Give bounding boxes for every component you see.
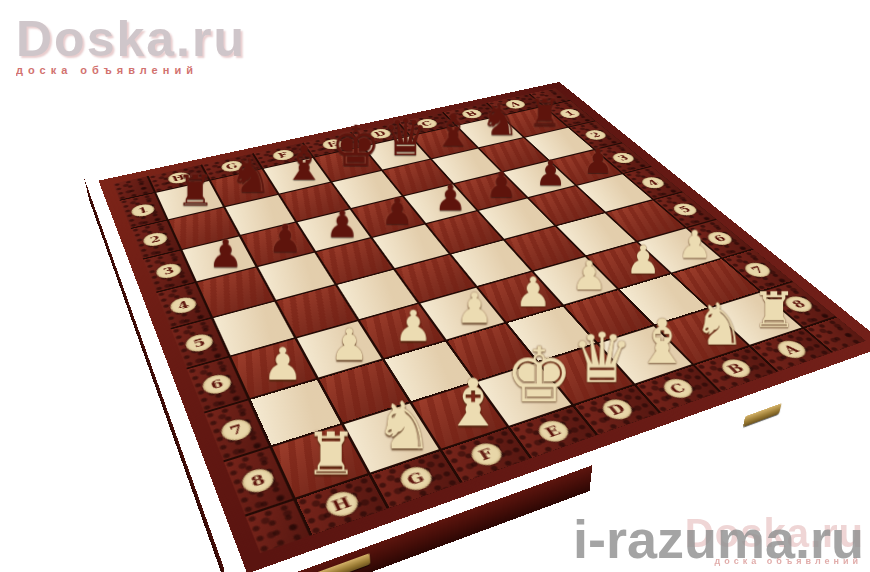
coordinate-medallion: B	[716, 357, 755, 381]
watermark-irazuma-title: i-razuma.ru	[573, 508, 864, 570]
red-pawn-e3: ♟	[369, 192, 425, 229]
cream-pawn-b6: ♟	[613, 240, 673, 279]
red-pawn-b3: ♟	[524, 155, 577, 190]
cream-pawn-c6: ♟	[559, 255, 620, 295]
watermark-doska: Doska.ru доска объявлений	[16, 10, 246, 76]
coord-left-5: 5	[171, 319, 228, 368]
cream-rook-h8: ♜	[293, 425, 369, 484]
red-knight-b1: ♞	[475, 98, 524, 142]
watermark-doska-faint: Doska.ru	[685, 511, 864, 556]
red-pawn-a3: ♟	[572, 144, 624, 178]
red-pawn-h3: ♟	[196, 234, 256, 273]
watermark-irazuma: Doska.ru доска объявлений i-razuma.ru	[573, 508, 864, 570]
red-pawn-c3: ♟	[474, 167, 528, 202]
coordinate-medallion: 1	[129, 202, 156, 218]
watermark-doska-title: Doska.ru	[16, 10, 246, 68]
coordinate-medallion: A	[772, 338, 811, 361]
coordinate-medallion: 5	[183, 331, 216, 353]
coordinate-medallion: 4	[168, 295, 199, 315]
red-king-e1: ♚	[330, 119, 382, 175]
cream-pawn-g6: ♟	[316, 323, 383, 367]
coordinate-medallion: 7	[740, 260, 775, 279]
cream-bishop-c8: ♝	[628, 311, 695, 372]
brass-clasp	[742, 403, 781, 427]
red-queen-d1: ♛	[380, 112, 431, 163]
red-rook-a1: ♜	[521, 94, 570, 131]
coordinate-medallion: H	[321, 488, 361, 520]
red-rook-h1: ♜	[168, 170, 223, 212]
coordinate-medallion: 6	[200, 372, 234, 397]
watermark-doska-subtitle: доска объявлений	[16, 64, 246, 76]
cream-bishop-f8: ♝	[437, 370, 509, 435]
chess-board-scene: HGFEDCBA1♜♞♝♚♛♝♞♜1223♟♟♟♟♟♟♟♟344556♟♟♟♟♟…	[98, 82, 870, 572]
brass-hinge	[308, 553, 371, 572]
watermark-doska-faint-subtitle: доска объявлений	[715, 556, 862, 566]
coordinate-medallion: E	[533, 418, 573, 445]
coordinate-medallion: F	[466, 440, 506, 469]
cream-king-e8: ♚	[504, 337, 575, 413]
coordinate-medallion: 4	[638, 175, 668, 190]
square-f4	[317, 238, 393, 283]
cream-queen-d8: ♛	[568, 323, 637, 392]
cream-knight-g8: ♞	[367, 393, 441, 459]
cream-pawn-f6: ♟	[381, 305, 447, 348]
coordinate-medallion: D	[597, 397, 637, 423]
red-pawn-g3: ♟	[256, 219, 315, 257]
product-photo: HGFEDCBA1♜♞♝♚♛♝♞♜1223♟♟♟♟♟♟♟♟344556♟♟♟♟♟…	[0, 0, 870, 572]
cream-knight-b8: ♞	[686, 295, 752, 353]
red-knight-g1: ♞	[224, 151, 278, 199]
coordinate-medallion: 7	[218, 416, 254, 443]
chess-board: HGFEDCBA1♜♞♝♚♛♝♞♜1223♟♟♟♟♟♟♟♟344556♟♟♟♟♟…	[98, 82, 870, 572]
cream-pawn-h6: ♟	[248, 342, 317, 387]
coordinate-medallion: C	[658, 376, 697, 401]
red-bishop-f1: ♝	[278, 139, 331, 187]
coordinate-medallion: G	[395, 464, 435, 494]
coordinate-medallion: 3	[154, 261, 183, 280]
red-bishop-c1: ♝	[428, 107, 478, 152]
cream-pawn-e6: ♟	[442, 287, 506, 329]
coordinate-medallion: 8	[239, 465, 278, 495]
coordinate-medallion: 2	[582, 128, 609, 141]
red-pawn-f3: ♟	[314, 205, 371, 243]
red-pawn-d3: ♟	[423, 179, 478, 215]
cream-pawn-d6: ♟	[502, 271, 565, 312]
coordinate-medallion: 5	[669, 201, 700, 217]
coordinate-medallion: 2	[141, 231, 169, 248]
frame-corner-left	[113, 176, 154, 199]
cream-pawn-a6: ♟	[665, 225, 724, 264]
